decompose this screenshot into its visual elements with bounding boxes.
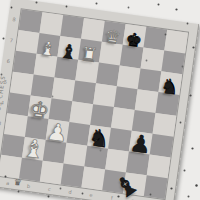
square-a7[interactable] [16, 30, 40, 54]
square-b7[interactable]: ♝ [37, 33, 61, 57]
square-h3[interactable] [150, 134, 174, 158]
photo-grain [0, 0, 1, 1]
square-f5[interactable] [114, 86, 138, 110]
square-e1[interactable] [81, 167, 105, 191]
piece-black-knight-h6[interactable]: ♞ [159, 75, 180, 98]
square-f8[interactable]: ♚ [123, 24, 147, 48]
board-corner-emblem: ♛ [13, 178, 22, 188]
square-g5[interactable] [135, 89, 159, 113]
piece-white-rook-d7[interactable]: ♜ [80, 44, 100, 65]
file-label-e: e [80, 188, 102, 200]
square-d8[interactable] [81, 18, 105, 42]
square-g6[interactable] [138, 68, 162, 92]
piece-white-pawn-c3[interactable]: ♟ [45, 120, 69, 146]
piece-white-bishop-b7[interactable]: ♝ [38, 38, 58, 59]
piece-black-bishop-c7[interactable]: ♝ [59, 41, 79, 62]
square-a5[interactable] [10, 72, 34, 96]
square-c7[interactable]: ♝ [57, 36, 81, 60]
square-e5[interactable] [93, 83, 117, 107]
square-d1[interactable] [61, 164, 85, 188]
square-h8[interactable] [164, 30, 188, 54]
square-c8[interactable] [60, 15, 84, 39]
piece-white-bishop-b2[interactable]: ♝ [21, 136, 46, 163]
square-g1[interactable]: ♝ [123, 172, 147, 196]
square-d2[interactable] [64, 143, 88, 167]
square-a4[interactable] [7, 92, 31, 116]
square-b2[interactable]: ♝ [22, 137, 46, 161]
square-e3[interactable]: ♞ [87, 125, 111, 149]
square-c5[interactable] [52, 78, 76, 102]
square-f6[interactable] [117, 65, 141, 89]
square-g3[interactable]: ♟ [129, 131, 153, 155]
square-h7[interactable] [161, 51, 185, 75]
square-d5[interactable] [72, 80, 96, 104]
square-c3[interactable]: ♟ [46, 119, 70, 143]
file-label-c: c [38, 182, 60, 195]
piece-white-king-b4[interactable]: ♚ [28, 97, 51, 122]
piece-black-pawn-g3[interactable]: ♟ [128, 131, 152, 157]
square-a6[interactable] [13, 51, 37, 75]
piece-white-queen-e8[interactable]: ♛ [104, 27, 122, 47]
photo-stage: US CHESS 87654321 abcdefgh ♛ ♛♚♝♝♜♞♚♟♞♟♝… [0, 0, 200, 200]
board-grid: ♛♚♝♝♜♞♚♟♞♟♝♝ [0, 9, 188, 199]
square-c1[interactable] [40, 161, 64, 185]
square-h4[interactable] [153, 113, 177, 137]
chessboard: US CHESS 87654321 abcdefgh ♛ ♛♚♝♝♜♞♚♟♞♟♝… [0, 0, 199, 200]
file-label-d: d [59, 185, 81, 198]
square-b8[interactable] [40, 12, 64, 36]
square-g8[interactable] [143, 27, 167, 51]
piece-black-knight-e3[interactable]: ♞ [87, 125, 111, 151]
square-d7[interactable]: ♜ [78, 39, 102, 63]
square-e6[interactable] [96, 63, 120, 87]
square-g7[interactable] [141, 48, 165, 72]
square-e8[interactable]: ♛ [102, 21, 126, 45]
square-h6[interactable]: ♞ [158, 71, 182, 95]
square-h1[interactable] [144, 175, 168, 199]
square-h2[interactable] [147, 155, 171, 179]
piece-black-king-f8[interactable]: ♚ [125, 30, 143, 50]
